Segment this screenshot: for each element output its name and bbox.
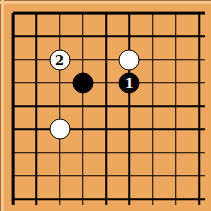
intersection-c4r1 <box>71 1 94 24</box>
intersection-c6r7 <box>118 141 141 164</box>
intersection-c3r4 <box>48 71 71 94</box>
intersection-c4r4 <box>71 71 94 94</box>
intersection-c4r9 <box>71 187 94 204</box>
intersection-c6r5 <box>118 94 141 117</box>
intersection-c6r8 <box>118 164 141 187</box>
intersection-c5r2 <box>94 25 117 48</box>
intersection-c9r3 <box>187 48 204 71</box>
intersection-c7r1 <box>141 1 164 24</box>
intersection-c3r7 <box>48 141 71 164</box>
intersection-c2r1 <box>25 1 48 24</box>
intersection-c7r2 <box>141 25 164 48</box>
board-frame-top-highlight <box>0 1 211 4</box>
white-stone <box>49 119 70 140</box>
intersection-c3r5 <box>48 94 71 117</box>
intersection-c3r8 <box>48 164 71 187</box>
black-stone: 1 <box>119 72 140 93</box>
intersection-c4r5 <box>71 94 94 117</box>
intersection-c4r8 <box>71 164 94 187</box>
intersection-c5r6 <box>94 118 117 141</box>
intersection-c6r9 <box>118 187 141 204</box>
board-clip-region: 21 <box>0 0 205 205</box>
white-stone: 2 <box>49 49 70 70</box>
intersection-c5r9 <box>94 187 117 204</box>
intersection-c2r4 <box>25 71 48 94</box>
move-number-label: 1 <box>125 76 134 89</box>
intersection-c2r7 <box>25 141 48 164</box>
intersection-c2r6 <box>25 118 48 141</box>
move-number-label: 2 <box>55 53 64 66</box>
intersection-c8r9 <box>164 187 187 204</box>
black-stone <box>72 72 93 93</box>
intersection-c1r1 <box>1 1 24 24</box>
go-board-diagram: 21 <box>0 0 211 211</box>
intersection-c7r6 <box>141 118 164 141</box>
intersection-c9r2 <box>187 25 204 48</box>
intersection-c7r3 <box>141 48 164 71</box>
intersection-c7r5 <box>141 94 164 117</box>
intersection-c3r6 <box>48 118 71 141</box>
intersection-c9r9 <box>187 187 204 204</box>
intersection-c1r9 <box>1 187 24 204</box>
intersection-c2r2 <box>25 25 48 48</box>
intersection-c7r7 <box>141 141 164 164</box>
intersection-c8r1 <box>164 1 187 24</box>
intersection-c5r8 <box>94 164 117 187</box>
white-stone <box>119 49 140 70</box>
intersection-c9r6 <box>187 118 204 141</box>
intersection-c3r1 <box>48 1 71 24</box>
intersection-c3r9 <box>48 187 71 204</box>
go-board: 21 <box>1 1 204 204</box>
intersection-c1r6 <box>1 118 24 141</box>
intersection-c8r3 <box>164 48 187 71</box>
intersection-c9r1 <box>187 1 204 24</box>
intersection-c6r3 <box>118 48 141 71</box>
intersection-c3r3: 2 <box>48 48 71 71</box>
intersection-c5r3 <box>94 48 117 71</box>
intersection-c8r5 <box>164 94 187 117</box>
intersection-c6r4: 1 <box>118 71 141 94</box>
intersection-c4r6 <box>71 118 94 141</box>
intersection-c2r8 <box>25 164 48 187</box>
intersection-c1r3 <box>1 48 24 71</box>
intersection-c6r2 <box>118 25 141 48</box>
intersection-c7r4 <box>141 71 164 94</box>
intersection-c3r2 <box>48 25 71 48</box>
intersection-c9r8 <box>187 164 204 187</box>
intersection-c5r1 <box>94 1 117 24</box>
intersection-c7r9 <box>141 187 164 204</box>
intersection-c4r3 <box>71 48 94 71</box>
intersection-c1r8 <box>1 164 24 187</box>
intersection-c5r7 <box>94 141 117 164</box>
intersection-c8r4 <box>164 71 187 94</box>
intersection-c4r2 <box>71 25 94 48</box>
intersection-c1r5 <box>1 94 24 117</box>
intersection-c7r8 <box>141 164 164 187</box>
intersection-c5r4 <box>94 71 117 94</box>
intersection-c6r6 <box>118 118 141 141</box>
intersection-c9r5 <box>187 94 204 117</box>
intersection-c1r4 <box>1 71 24 94</box>
intersection-c6r1 <box>118 1 141 24</box>
intersection-c2r3 <box>25 48 48 71</box>
intersection-c5r5 <box>94 94 117 117</box>
intersection-c9r7 <box>187 141 204 164</box>
board-frame-left-highlight <box>1 0 4 211</box>
intersection-c4r7 <box>71 141 94 164</box>
intersection-c8r6 <box>164 118 187 141</box>
intersection-c9r4 <box>187 71 204 94</box>
intersection-c1r7 <box>1 141 24 164</box>
intersection-c8r8 <box>164 164 187 187</box>
intersection-c8r2 <box>164 25 187 48</box>
intersection-c8r7 <box>164 141 187 164</box>
intersection-c1r2 <box>1 25 24 48</box>
intersection-c2r9 <box>25 187 48 204</box>
intersection-c2r5 <box>25 94 48 117</box>
